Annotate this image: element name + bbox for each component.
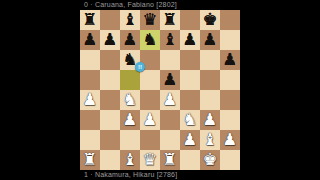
piece-white-pawn-d3[interactable]: ♟	[143, 110, 158, 130]
square-b7[interactable]: ♟	[100, 30, 120, 50]
square-e1[interactable]: ♜	[160, 150, 180, 170]
piece-white-pawn-e4[interactable]: ♟	[163, 90, 178, 110]
piece-white-knight-f3[interactable]: ♞	[183, 110, 198, 130]
square-c4[interactable]: ♞	[120, 90, 140, 110]
square-c7[interactable]: ♟	[120, 30, 140, 50]
square-f2[interactable]: ♟	[180, 130, 200, 150]
square-a7[interactable]: ♟	[80, 30, 100, 50]
square-d2[interactable]	[140, 130, 160, 150]
square-g2[interactable]: ♝	[200, 130, 220, 150]
square-a4[interactable]: ♟	[80, 90, 100, 110]
square-e6[interactable]	[160, 50, 180, 70]
piece-white-pawn-c3[interactable]: ♟	[123, 110, 138, 130]
piece-black-pawn-a7[interactable]: ♟	[83, 30, 98, 50]
square-c3[interactable]: ♟	[120, 110, 140, 130]
square-g4[interactable]	[200, 90, 220, 110]
piece-black-pawn-g7[interactable]: ♟	[203, 30, 218, 50]
square-h2[interactable]: ♟	[220, 130, 240, 150]
square-g1[interactable]: ♚	[200, 150, 220, 170]
piece-black-knight-d7[interactable]: ♞	[143, 30, 158, 50]
square-b5[interactable]	[100, 70, 120, 90]
square-h3[interactable]	[220, 110, 240, 130]
piece-black-pawn-b7[interactable]: ♟	[103, 30, 118, 50]
square-b6[interactable]	[100, 50, 120, 70]
square-f4[interactable]	[180, 90, 200, 110]
square-c8[interactable]: ♝	[120, 10, 140, 30]
square-a2[interactable]	[80, 130, 100, 150]
square-e5[interactable]: ♟	[160, 70, 180, 90]
square-g7[interactable]: ♟	[200, 30, 220, 50]
square-d8[interactable]: ♛	[140, 10, 160, 30]
square-a3[interactable]	[80, 110, 100, 130]
square-h5[interactable]	[220, 70, 240, 90]
square-e2[interactable]	[160, 130, 180, 150]
square-f3[interactable]: ♞	[180, 110, 200, 130]
piece-black-king-g8[interactable]: ♚	[203, 10, 218, 30]
piece-white-king-g1[interactable]: ♚	[203, 150, 218, 170]
piece-white-bishop-g2[interactable]: ♝	[203, 130, 218, 150]
piece-black-pawn-f7[interactable]: ♟	[183, 30, 198, 50]
square-f7[interactable]: ♟	[180, 30, 200, 50]
square-e7[interactable]: ♝	[160, 30, 180, 50]
square-f1[interactable]	[180, 150, 200, 170]
square-d4[interactable]	[140, 90, 160, 110]
move-annotation-badge: !!	[135, 62, 145, 72]
piece-white-pawn-f2[interactable]: ♟	[183, 130, 198, 150]
square-e3[interactable]	[160, 110, 180, 130]
square-b3[interactable]	[100, 110, 120, 130]
square-a1[interactable]: ♜	[80, 150, 100, 170]
piece-black-queen-d8[interactable]: ♛	[143, 10, 158, 30]
top-player-label: 0 · Caruana, Fabiano [2802]	[84, 0, 177, 9]
piece-white-rook-a1[interactable]: ♜	[83, 150, 98, 170]
square-c2[interactable]	[120, 130, 140, 150]
square-a8[interactable]: ♜	[80, 10, 100, 30]
square-b4[interactable]	[100, 90, 120, 110]
piece-black-bishop-e7[interactable]: ♝	[163, 30, 178, 50]
square-d7[interactable]: ♞	[140, 30, 160, 50]
square-f5[interactable]	[180, 70, 200, 90]
piece-white-rook-e1[interactable]: ♜	[163, 150, 178, 170]
bottom-player-label: 1 · Nakamura, Hikaru [2786]	[84, 170, 177, 179]
square-h1[interactable]	[220, 150, 240, 170]
square-a6[interactable]	[80, 50, 100, 70]
piece-white-pawn-h2[interactable]: ♟	[223, 130, 238, 150]
square-d3[interactable]: ♟	[140, 110, 160, 130]
square-e8[interactable]: ♜	[160, 10, 180, 30]
square-c1[interactable]: ♝	[120, 150, 140, 170]
square-g8[interactable]: ♚	[200, 10, 220, 30]
square-g5[interactable]	[200, 70, 220, 90]
piece-black-pawn-c7[interactable]: ♟	[123, 30, 138, 50]
chess-board[interactable]: ♜♝♛♜♚♟♟♟♞♝♟♟♞♟♟♟♞♟♟♟♞♟♟♝♟♜♝♛♜♚	[80, 10, 240, 170]
piece-white-pawn-g3[interactable]: ♟	[203, 110, 218, 130]
square-e4[interactable]: ♟	[160, 90, 180, 110]
square-d1[interactable]: ♛	[140, 150, 160, 170]
video-frame: 0 · Caruana, Fabiano [2802] ♜♝♛♜♚♟♟♟♞♝♟♟…	[0, 0, 320, 180]
square-h7[interactable]	[220, 30, 240, 50]
piece-white-queen-d1[interactable]: ♛	[143, 150, 158, 170]
piece-black-rook-a8[interactable]: ♜	[83, 10, 98, 30]
square-a5[interactable]	[80, 70, 100, 90]
piece-black-bishop-c8[interactable]: ♝	[123, 10, 138, 30]
square-g6[interactable]	[200, 50, 220, 70]
square-f8[interactable]	[180, 10, 200, 30]
square-h6[interactable]: ♟	[220, 50, 240, 70]
piece-black-pawn-e5[interactable]: ♟	[163, 70, 178, 90]
piece-black-pawn-h6[interactable]: ♟	[223, 50, 238, 70]
square-b1[interactable]	[100, 150, 120, 170]
piece-white-knight-c4[interactable]: ♞	[123, 90, 138, 110]
square-d5[interactable]	[140, 70, 160, 90]
piece-white-bishop-c1[interactable]: ♝	[123, 150, 138, 170]
square-f6[interactable]	[180, 50, 200, 70]
square-g3[interactable]: ♟	[200, 110, 220, 130]
square-h4[interactable]	[220, 90, 240, 110]
square-h8[interactable]	[220, 10, 240, 30]
square-b8[interactable]	[100, 10, 120, 30]
square-b2[interactable]	[100, 130, 120, 150]
piece-white-pawn-a4[interactable]: ♟	[83, 90, 98, 110]
piece-black-rook-e8[interactable]: ♜	[163, 10, 178, 30]
square-c5[interactable]	[120, 70, 140, 90]
